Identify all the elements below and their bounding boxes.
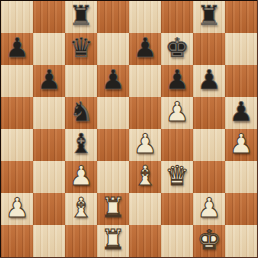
square-e3[interactable]: ♝ [129,161,161,193]
square-g4[interactable] [193,129,225,161]
white-rook[interactable]: ♜ [101,192,125,224]
square-e1[interactable] [129,225,161,257]
square-e5[interactable] [129,97,161,129]
square-f3[interactable]: ♛ [161,161,193,193]
black-pawn[interactable]: ♟ [229,96,253,128]
square-f4[interactable] [161,129,193,161]
square-e4[interactable]: ♟ [129,129,161,161]
square-c2[interactable]: ♝ [65,193,97,225]
square-b8[interactable] [33,1,65,33]
square-d4[interactable] [97,129,129,161]
square-h4[interactable]: ♟ [225,129,257,161]
square-h3[interactable] [225,161,257,193]
square-a2[interactable]: ♟ [1,193,33,225]
black-pawn[interactable]: ♟ [5,32,29,64]
square-b1[interactable] [33,225,65,257]
white-pawn[interactable]: ♟ [133,128,157,160]
square-d5[interactable] [97,97,129,129]
white-pawn[interactable]: ♟ [69,160,93,192]
square-f8[interactable] [161,1,193,33]
square-e8[interactable] [129,1,161,33]
black-pawn[interactable]: ♟ [133,32,157,64]
white-bishop[interactable]: ♝ [133,160,157,192]
white-pawn[interactable]: ♟ [5,192,29,224]
square-e7[interactable]: ♟ [129,33,161,65]
black-pawn[interactable]: ♟ [37,64,61,96]
square-a5[interactable] [1,97,33,129]
square-c4[interactable]: ♝ [65,129,97,161]
white-pawn[interactable]: ♟ [197,192,221,224]
square-h2[interactable] [225,193,257,225]
black-pawn[interactable]: ♟ [197,64,221,96]
square-c6[interactable] [65,65,97,97]
square-d1[interactable]: ♜ [97,225,129,257]
square-g2[interactable]: ♟ [193,193,225,225]
square-g5[interactable] [193,97,225,129]
square-c5[interactable]: ♞ [65,97,97,129]
black-bishop[interactable]: ♝ [69,128,93,160]
black-king[interactable]: ♚ [165,32,189,64]
square-d6[interactable]: ♟ [97,65,129,97]
square-h7[interactable] [225,33,257,65]
square-d2[interactable]: ♜ [97,193,129,225]
square-e2[interactable] [129,193,161,225]
square-b4[interactable] [33,129,65,161]
square-e6[interactable] [129,65,161,97]
black-knight[interactable]: ♞ [69,96,93,128]
square-g1[interactable]: ♚ [193,225,225,257]
square-h1[interactable] [225,225,257,257]
black-pawn[interactable]: ♟ [165,64,189,96]
black-pawn[interactable]: ♟ [101,64,125,96]
square-a8[interactable] [1,1,33,33]
square-d8[interactable] [97,1,129,33]
square-g3[interactable] [193,161,225,193]
chess-board: ♜♜♟♛♟♚♟♟♟♟♞♟♟♝♟♟♟♝♛♟♝♜♟♜♚ [1,1,257,257]
square-c3[interactable]: ♟ [65,161,97,193]
square-h6[interactable] [225,65,257,97]
board-frame: ♜♜♟♛♟♚♟♟♟♟♞♟♟♝♟♟♟♝♛♟♝♜♟♜♚ [0,0,258,258]
square-g8[interactable]: ♜ [193,1,225,33]
white-queen[interactable]: ♛ [165,160,189,192]
square-a7[interactable]: ♟ [1,33,33,65]
square-g7[interactable] [193,33,225,65]
square-a3[interactable] [1,161,33,193]
square-d3[interactable] [97,161,129,193]
white-bishop[interactable]: ♝ [69,192,93,224]
white-king[interactable]: ♚ [197,224,221,256]
square-a6[interactable] [1,65,33,97]
white-pawn[interactable]: ♟ [165,96,189,128]
black-queen[interactable]: ♛ [69,32,93,64]
square-b7[interactable] [33,33,65,65]
square-f1[interactable] [161,225,193,257]
black-rook[interactable]: ♜ [69,0,93,32]
black-rook[interactable]: ♜ [197,0,221,32]
square-a1[interactable] [1,225,33,257]
square-b2[interactable] [33,193,65,225]
square-f2[interactable] [161,193,193,225]
square-a4[interactable] [1,129,33,161]
square-c7[interactable]: ♛ [65,33,97,65]
square-h5[interactable]: ♟ [225,97,257,129]
square-c1[interactable] [65,225,97,257]
square-f6[interactable]: ♟ [161,65,193,97]
square-f5[interactable]: ♟ [161,97,193,129]
white-rook[interactable]: ♜ [101,224,125,256]
square-g6[interactable]: ♟ [193,65,225,97]
square-f7[interactable]: ♚ [161,33,193,65]
square-b5[interactable] [33,97,65,129]
square-b3[interactable] [33,161,65,193]
square-b6[interactable]: ♟ [33,65,65,97]
square-h8[interactable] [225,1,257,33]
white-pawn[interactable]: ♟ [229,128,253,160]
square-c8[interactable]: ♜ [65,1,97,33]
square-d7[interactable] [97,33,129,65]
